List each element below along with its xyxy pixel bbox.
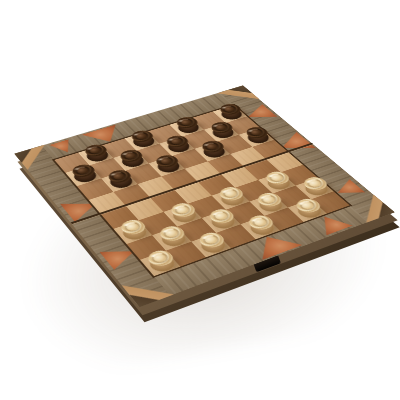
checker-dark: ⛂ [173, 120, 201, 135]
checker-light: ⛀ [144, 253, 177, 274]
checker-dark: ⛂ [242, 130, 271, 145]
checker-light: ⛀ [299, 180, 330, 198]
checker-light: ⛀ [117, 222, 148, 241]
checker-light: ⛀ [262, 174, 293, 191]
product-photo-stage: ⛂⛂⛂⛂⛂⛂⛂⛂⛂⛂⛂⛂⛀⛀⛀⛀⛀⛀⛀⛀⛀⛀⛀⛀ [0, 0, 400, 400]
checker-dark: ⛂ [128, 133, 156, 149]
checker-light: ⛀ [244, 218, 276, 237]
checker-light: ⛀ [205, 212, 237, 231]
checker-light: ⛀ [253, 196, 284, 214]
checker-dark: ⛂ [163, 138, 192, 154]
checker-light: ⛀ [195, 235, 227, 255]
checker-dark: ⛂ [198, 143, 227, 159]
checker-dark: ⛂ [81, 147, 110, 163]
checker-light: ⛀ [291, 201, 323, 219]
checker-light: ⛀ [167, 206, 198, 225]
checker-dark: ⛂ [216, 107, 244, 122]
